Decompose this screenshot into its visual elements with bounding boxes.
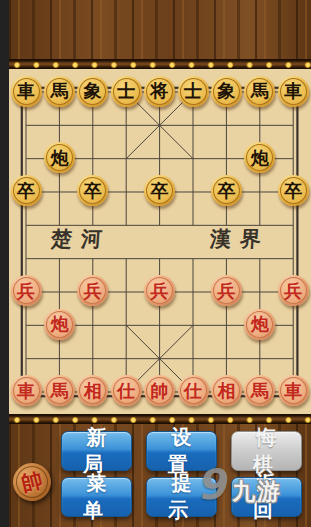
piece-black-卒[interactable]: 卒 [11, 175, 42, 206]
control-panel: 帥 新局 设置 悔棋 菜单 提示 返回 9 九游 [9, 424, 311, 527]
new-game-button[interactable]: 新局 [61, 431, 132, 471]
piece-char: 相 [217, 382, 235, 400]
piece-char: 炮 [50, 149, 68, 167]
piece-char: 将 [151, 82, 169, 100]
piece-red-兵[interactable]: 兵 [278, 275, 309, 306]
piece-char: 炮 [251, 315, 269, 333]
piece-char: 卒 [284, 182, 302, 200]
bottom-stud-rail [9, 414, 311, 424]
piece-char: 車 [284, 82, 302, 100]
piece-char: 兵 [284, 282, 302, 300]
piece-black-士[interactable]: 士 [111, 76, 142, 107]
piece-black-炮[interactable]: 炮 [44, 142, 75, 173]
piece-char: 兵 [151, 282, 169, 300]
piece-char: 象 [217, 82, 235, 100]
piece-char: 仕 [117, 382, 135, 400]
xiangqi-app-screen: 楚河 漢界 車馬象士将士象馬車炮炮卒卒卒卒卒兵兵兵兵兵炮炮車馬相仕帥仕相馬車 帥… [9, 0, 311, 527]
top-wood-panel [9, 0, 311, 60]
piece-char: 車 [17, 82, 35, 100]
menu-button[interactable]: 菜单 [61, 477, 132, 517]
piece-red-炮[interactable]: 炮 [44, 309, 75, 340]
piece-red-炮[interactable]: 炮 [244, 309, 275, 340]
river-label-chu: 楚河 [20, 225, 142, 253]
piece-black-象[interactable]: 象 [77, 76, 108, 107]
piece-black-車[interactable]: 車 [11, 76, 42, 107]
piece-char: 馬 [251, 82, 269, 100]
xiangqi-board[interactable]: 楚河 漢界 車馬象士将士象馬車炮炮卒卒卒卒卒兵兵兵兵兵炮炮車馬相仕帥仕相馬車 [9, 69, 311, 414]
piece-char: 卒 [84, 182, 102, 200]
piece-char: 士 [117, 82, 135, 100]
piece-char: 炮 [251, 149, 269, 167]
undo-move-button[interactable]: 悔棋 [231, 431, 302, 471]
piece-black-将[interactable]: 将 [144, 76, 175, 107]
piece-char: 士 [184, 82, 202, 100]
piece-red-仕[interactable]: 仕 [111, 375, 142, 406]
piece-black-馬[interactable]: 馬 [244, 76, 275, 107]
piece-char: 車 [17, 382, 35, 400]
piece-char: 炮 [50, 315, 68, 333]
piece-char: 兵 [17, 282, 35, 300]
piece-char: 象 [84, 82, 102, 100]
turn-indicator-char: 帥 [18, 466, 45, 498]
piece-black-馬[interactable]: 馬 [44, 76, 75, 107]
piece-char: 馬 [251, 382, 269, 400]
piece-char: 馬 [50, 82, 68, 100]
top-stud-rail [9, 59, 311, 69]
piece-red-車[interactable]: 車 [11, 375, 42, 406]
piece-red-兵[interactable]: 兵 [11, 275, 42, 306]
piece-char: 卒 [217, 182, 235, 200]
piece-char: 卒 [17, 182, 35, 200]
piece-black-卒[interactable]: 卒 [278, 175, 309, 206]
piece-black-象[interactable]: 象 [211, 76, 242, 107]
settings-button[interactable]: 设置 [146, 431, 217, 471]
hint-button[interactable]: 提示 [146, 477, 217, 517]
piece-char: 馬 [50, 382, 68, 400]
piece-char: 車 [284, 382, 302, 400]
back-button[interactable]: 返回 [231, 477, 302, 517]
piece-black-士[interactable]: 士 [178, 76, 209, 107]
piece-char: 卒 [151, 182, 169, 200]
piece-red-仕[interactable]: 仕 [178, 375, 209, 406]
turn-indicator-piece: 帥 [9, 459, 55, 505]
river-label-han: 漢界 [179, 225, 301, 253]
piece-char: 仕 [184, 382, 202, 400]
piece-char: 兵 [84, 282, 102, 300]
piece-char: 帥 [151, 382, 169, 400]
piece-char: 兵 [217, 282, 235, 300]
piece-red-車[interactable]: 車 [278, 375, 309, 406]
piece-char: 相 [84, 382, 102, 400]
piece-black-車[interactable]: 車 [278, 76, 309, 107]
